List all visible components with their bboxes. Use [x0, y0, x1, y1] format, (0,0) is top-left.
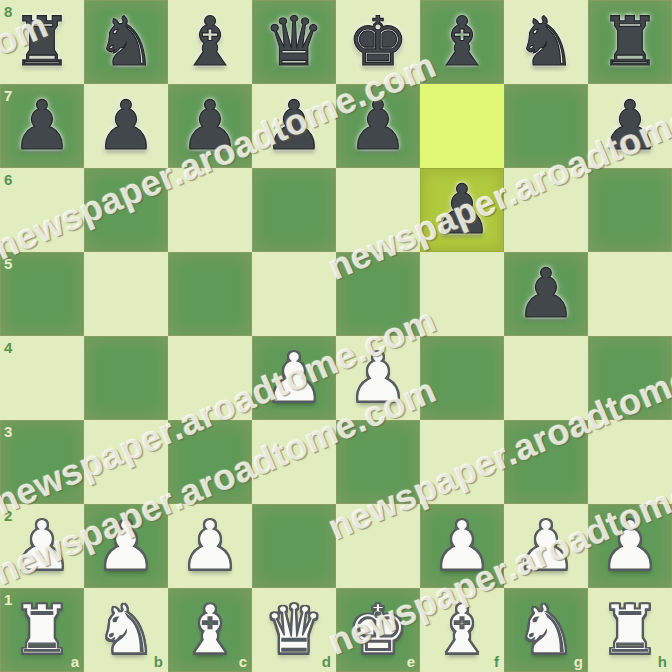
piece-black-king[interactable]: ♚	[336, 0, 420, 84]
piece-white-queen[interactable]: ♛	[252, 588, 336, 672]
square-h6[interactable]	[588, 168, 672, 252]
square-g7[interactable]	[504, 84, 588, 168]
square-e6[interactable]	[336, 168, 420, 252]
piece-white-knight[interactable]: ♞	[504, 588, 588, 672]
square-c4[interactable]	[168, 336, 252, 420]
square-e8[interactable]: ♚	[336, 0, 420, 84]
square-c7[interactable]: ♟	[168, 84, 252, 168]
piece-white-pawn[interactable]: ♟	[504, 504, 588, 588]
piece-white-bishop[interactable]: ♝	[168, 588, 252, 672]
square-e5[interactable]	[336, 252, 420, 336]
square-h4[interactable]	[588, 336, 672, 420]
piece-white-king[interactable]: ♚	[336, 588, 420, 672]
piece-black-pawn[interactable]: ♟	[0, 84, 84, 168]
piece-black-bishop[interactable]: ♝	[420, 0, 504, 84]
square-d5[interactable]	[252, 252, 336, 336]
chess-board: 8♜♞♝♛♚♝♞♜7♟♟♟♟♟♟6♟5♟4♟♟32♟♟♟♟♟♟1a♜b♞c♝d♛…	[0, 0, 672, 672]
square-e4[interactable]: ♟	[336, 336, 420, 420]
square-g2[interactable]: ♟	[504, 504, 588, 588]
piece-black-pawn[interactable]: ♟	[336, 84, 420, 168]
square-h1[interactable]: h♜	[588, 588, 672, 672]
square-h3[interactable]	[588, 420, 672, 504]
piece-black-pawn[interactable]: ♟	[252, 84, 336, 168]
piece-black-rook[interactable]: ♜	[588, 0, 672, 84]
square-c8[interactable]: ♝	[168, 0, 252, 84]
square-a2[interactable]: 2♟	[0, 504, 84, 588]
piece-black-pawn[interactable]: ♟	[504, 252, 588, 336]
piece-black-knight[interactable]: ♞	[84, 0, 168, 84]
square-a5[interactable]: 5	[0, 252, 84, 336]
square-g4[interactable]	[504, 336, 588, 420]
square-f1[interactable]: f♝	[420, 588, 504, 672]
square-b1[interactable]: b♞	[84, 588, 168, 672]
piece-white-pawn[interactable]: ♟	[84, 504, 168, 588]
piece-white-pawn[interactable]: ♟	[336, 336, 420, 420]
square-c1[interactable]: c♝	[168, 588, 252, 672]
square-d3[interactable]	[252, 420, 336, 504]
square-b7[interactable]: ♟	[84, 84, 168, 168]
square-b3[interactable]	[84, 420, 168, 504]
square-h8[interactable]: ♜	[588, 0, 672, 84]
square-a8[interactable]: 8♜	[0, 0, 84, 84]
square-d7[interactable]: ♟	[252, 84, 336, 168]
square-b4[interactable]	[84, 336, 168, 420]
square-f5[interactable]	[420, 252, 504, 336]
square-d8[interactable]: ♛	[252, 0, 336, 84]
piece-white-bishop[interactable]: ♝	[420, 588, 504, 672]
square-e1[interactable]: e♚	[336, 588, 420, 672]
square-d6[interactable]	[252, 168, 336, 252]
square-g3[interactable]	[504, 420, 588, 504]
square-b5[interactable]	[84, 252, 168, 336]
square-g5[interactable]: ♟	[504, 252, 588, 336]
square-b8[interactable]: ♞	[84, 0, 168, 84]
square-a1[interactable]: 1a♜	[0, 588, 84, 672]
square-b2[interactable]: ♟	[84, 504, 168, 588]
square-a7[interactable]: 7♟	[0, 84, 84, 168]
piece-white-rook[interactable]: ♜	[0, 588, 84, 672]
piece-white-pawn[interactable]: ♟	[252, 336, 336, 420]
rank-label-6: 6	[4, 172, 12, 187]
piece-black-queen[interactable]: ♛	[252, 0, 336, 84]
square-f3[interactable]	[420, 420, 504, 504]
square-g1[interactable]: g♞	[504, 588, 588, 672]
square-g6[interactable]	[504, 168, 588, 252]
square-f6[interactable]: ♟	[420, 168, 504, 252]
rank-label-4: 4	[4, 340, 12, 355]
piece-white-pawn[interactable]: ♟	[168, 504, 252, 588]
rank-label-5: 5	[4, 256, 12, 271]
piece-black-rook[interactable]: ♜	[0, 0, 84, 84]
piece-black-pawn[interactable]: ♟	[588, 84, 672, 168]
square-f4[interactable]	[420, 336, 504, 420]
square-f2[interactable]: ♟	[420, 504, 504, 588]
piece-white-knight[interactable]: ♞	[84, 588, 168, 672]
piece-white-rook[interactable]: ♜	[588, 588, 672, 672]
square-f8[interactable]: ♝	[420, 0, 504, 84]
square-d1[interactable]: d♛	[252, 588, 336, 672]
piece-white-pawn[interactable]: ♟	[420, 504, 504, 588]
square-a3[interactable]: 3	[0, 420, 84, 504]
square-d2[interactable]	[252, 504, 336, 588]
square-b6[interactable]	[84, 168, 168, 252]
piece-black-bishop[interactable]: ♝	[168, 0, 252, 84]
piece-black-pawn[interactable]: ♟	[168, 84, 252, 168]
square-d4[interactable]: ♟	[252, 336, 336, 420]
square-c6[interactable]	[168, 168, 252, 252]
square-h2[interactable]: ♟	[588, 504, 672, 588]
square-c3[interactable]	[168, 420, 252, 504]
square-e2[interactable]	[336, 504, 420, 588]
square-f7[interactable]	[420, 84, 504, 168]
square-c2[interactable]: ♟	[168, 504, 252, 588]
piece-white-pawn[interactable]: ♟	[588, 504, 672, 588]
square-e7[interactable]: ♟	[336, 84, 420, 168]
square-a4[interactable]: 4	[0, 336, 84, 420]
square-h5[interactable]	[588, 252, 672, 336]
square-e3[interactable]	[336, 420, 420, 504]
piece-white-pawn[interactable]: ♟	[0, 504, 84, 588]
square-c5[interactable]	[168, 252, 252, 336]
square-a6[interactable]: 6	[0, 168, 84, 252]
rank-label-3: 3	[4, 424, 12, 439]
piece-black-pawn[interactable]: ♟	[420, 168, 504, 252]
piece-black-pawn[interactable]: ♟	[84, 84, 168, 168]
square-g8[interactable]: ♞	[504, 0, 588, 84]
square-h7[interactable]: ♟	[588, 84, 672, 168]
chess-app-screenshot: 8♜♞♝♛♚♝♞♜7♟♟♟♟♟♟6♟5♟4♟♟32♟♟♟♟♟♟1a♜b♞c♝d♛…	[0, 0, 672, 672]
piece-black-knight[interactable]: ♞	[504, 0, 588, 84]
